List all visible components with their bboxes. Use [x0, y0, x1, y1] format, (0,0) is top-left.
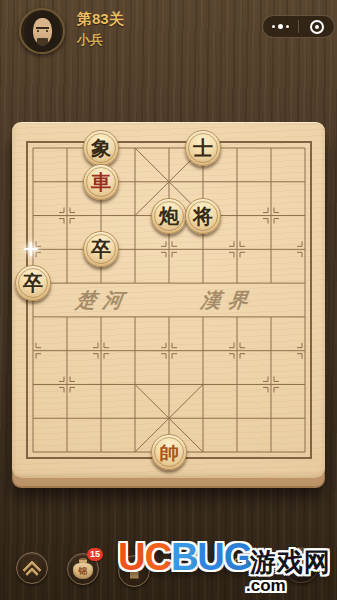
hint-bag-button[interactable]: 锦 15	[67, 553, 99, 585]
avatar-brow	[36, 27, 49, 29]
piece-glyph: 卒	[91, 239, 111, 259]
level-title: 第83关	[77, 10, 124, 29]
app-screen: 第83关 小兵 楚河 漢界 象士車炮将卒卒帥 锦 15	[0, 0, 337, 600]
river-label-right: 漢界	[199, 287, 257, 314]
brocade-bag-icon: 锦	[73, 563, 93, 579]
wechat-capsule	[262, 15, 335, 38]
board-grid	[12, 122, 325, 478]
watermark-letter: U	[197, 536, 223, 578]
tower-icon	[130, 564, 139, 579]
piece-black-cannon[interactable]: 炮	[151, 198, 187, 234]
piece-black-soldier[interactable]: 卒	[15, 265, 51, 301]
piece-glyph: 将	[193, 206, 213, 226]
piece-glyph: 炮	[159, 206, 179, 226]
piece-black-advisor[interactable]: 士	[185, 130, 221, 166]
more-dots-icon	[286, 25, 289, 28]
coin-count: 20	[228, 556, 240, 568]
hint-count-badge: 15	[87, 548, 103, 561]
watermark-tld-text: .com	[246, 576, 286, 596]
piece-glyph: 帥	[159, 443, 179, 461]
piece-glyph: 士	[193, 138, 213, 158]
piece-glyph: 車	[91, 172, 111, 192]
exit-miniprogram-button[interactable]	[299, 16, 334, 37]
more-dots-icon	[272, 25, 275, 28]
piece-glyph: 卒	[23, 273, 43, 293]
piece-black-elephant[interactable]: 象	[83, 130, 119, 166]
avatar-beard	[37, 38, 48, 46]
exit-circle-icon	[310, 20, 324, 34]
piece-red-chariot[interactable]: 車	[83, 164, 119, 200]
piece-glyph: 象	[91, 138, 111, 158]
piece-red-general[interactable]: 帥	[151, 434, 187, 470]
dark-orb-button[interactable]	[283, 547, 319, 583]
piece-black-general[interactable]: 将	[185, 198, 221, 234]
river-label-left: 楚河	[74, 287, 132, 314]
watermark-letter: B	[171, 536, 197, 578]
more-menu-button[interactable]	[263, 16, 298, 37]
xiangqi-board[interactable]: 楚河 漢界 象士車炮将卒卒帥	[12, 122, 325, 478]
avatar-eye	[37, 30, 39, 32]
avatar-eye	[46, 30, 48, 32]
collapse-menu-button[interactable]	[16, 552, 48, 584]
player-rank: 小兵	[77, 31, 103, 49]
extra-tool-button[interactable]	[118, 555, 150, 587]
more-dots-icon	[278, 24, 283, 29]
player-avatar	[19, 8, 65, 54]
